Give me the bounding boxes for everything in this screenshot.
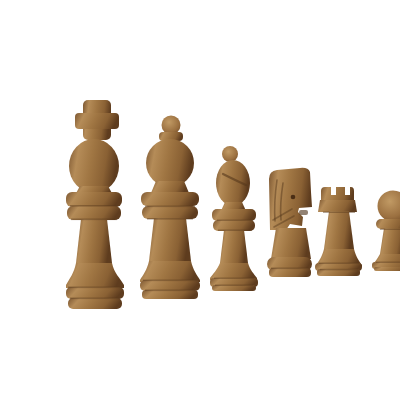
knight-pedestal (271, 228, 311, 259)
queen-stem (149, 218, 191, 261)
knight-mouth-notch (299, 210, 308, 215)
bishop-collar (212, 209, 256, 221)
queen-collar (141, 192, 199, 206)
queen-bust (146, 139, 194, 187)
king-base (66, 287, 124, 299)
queen-ball-top (162, 116, 181, 135)
pawn-collar (376, 219, 400, 229)
king-head (69, 139, 119, 193)
bishop-stem (220, 230, 248, 263)
bishop-mitre (216, 160, 250, 206)
bishop-ball-top (222, 146, 238, 162)
king-stem (76, 219, 112, 263)
rook-tower (324, 211, 354, 249)
king-collar (66, 192, 122, 207)
knight-eye (291, 195, 296, 200)
queen-base (140, 280, 200, 291)
chess-set-photo: Product photo of a natural wooden chess … (40, 16, 400, 400)
chess-pieces-canvas: King Queen (40, 16, 400, 400)
